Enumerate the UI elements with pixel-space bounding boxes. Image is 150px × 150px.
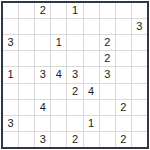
empty-cell-r7c9[interactable] [132,100,147,115]
empty-cell-r4c3[interactable] [35,51,50,66]
empty-cell-r6c9[interactable] [132,84,147,99]
empty-cell-r5c6[interactable] [84,67,99,82]
clue-cell-r2c9: 3 [132,19,147,34]
empty-cell-r3c3[interactable] [35,35,50,50]
empty-cell-r4c1[interactable] [3,51,18,66]
empty-cell-r1c9[interactable] [132,3,147,18]
empty-cell-r5c9[interactable] [132,67,147,82]
clue-cell-r5c5: 3 [67,67,82,82]
empty-cell-r5c8[interactable] [116,67,131,82]
empty-cell-r5c2[interactable] [19,67,34,82]
empty-cell-r6c2[interactable] [19,84,34,99]
puzzle-page: 213312213433244231322 [0,0,150,150]
empty-cell-r9c4[interactable] [51,132,66,147]
empty-cell-r3c2[interactable] [19,35,34,50]
empty-cell-r8c7[interactable] [100,116,115,131]
empty-cell-r2c8[interactable] [116,19,131,34]
empty-cell-r1c2[interactable] [19,3,34,18]
empty-cell-r9c2[interactable] [19,132,34,147]
empty-cell-r3c9[interactable] [132,35,147,50]
clue-cell-r3c7: 2 [100,35,115,50]
empty-cell-r8c9[interactable] [132,116,147,131]
empty-cell-r8c4[interactable] [51,116,66,131]
empty-cell-r4c8[interactable] [116,51,131,66]
empty-cell-r2c2[interactable] [19,19,34,34]
clue-cell-r3c1: 3 [3,35,18,50]
empty-cell-r7c6[interactable] [84,100,99,115]
clue-cell-r5c4: 4 [51,67,66,82]
empty-cell-r7c5[interactable] [67,100,82,115]
empty-cell-r2c6[interactable] [84,19,99,34]
clue-cell-r5c3: 3 [35,67,50,82]
empty-cell-r7c1[interactable] [3,100,18,115]
empty-cell-r4c4[interactable] [51,51,66,66]
empty-cell-r6c4[interactable] [51,84,66,99]
empty-cell-r7c2[interactable] [19,100,34,115]
empty-cell-r3c5[interactable] [67,35,82,50]
empty-cell-r8c8[interactable] [116,116,131,131]
empty-cell-r1c6[interactable] [84,3,99,18]
empty-cell-r6c8[interactable] [116,84,131,99]
empty-cell-r9c1[interactable] [3,132,18,147]
clue-cell-r9c5: 2 [67,132,82,147]
empty-cell-r9c6[interactable] [84,132,99,147]
empty-cell-r1c7[interactable] [100,3,115,18]
empty-cell-r7c4[interactable] [51,100,66,115]
clue-cell-r6c6: 4 [84,84,99,99]
empty-cell-r4c9[interactable] [132,51,147,66]
empty-cell-r9c9[interactable] [132,132,147,147]
empty-cell-r2c1[interactable] [3,19,18,34]
clue-cell-r3c4: 1 [51,35,66,50]
clue-cell-r8c1: 3 [3,116,18,131]
empty-cell-r9c7[interactable] [100,132,115,147]
empty-cell-r6c7[interactable] [100,84,115,99]
clue-cell-r8c6: 1 [84,116,99,131]
clue-cell-r1c5: 1 [67,3,82,18]
empty-cell-r4c6[interactable] [84,51,99,66]
empty-cell-r2c5[interactable] [67,19,82,34]
empty-cell-r1c8[interactable] [116,3,131,18]
clue-cell-r1c3: 2 [35,3,50,18]
empty-cell-r2c3[interactable] [35,19,50,34]
empty-cell-r1c1[interactable] [3,3,18,18]
empty-cell-r3c6[interactable] [84,35,99,50]
empty-cell-r7c7[interactable] [100,100,115,115]
clue-cell-r9c8: 2 [116,132,131,147]
clue-cell-r7c3: 4 [35,100,50,115]
empty-cell-r4c2[interactable] [19,51,34,66]
empty-cell-r8c5[interactable] [67,116,82,131]
puzzle-board: 213312213433244231322 [1,1,149,149]
empty-cell-r6c1[interactable] [3,84,18,99]
empty-cell-r1c4[interactable] [51,3,66,18]
clue-cell-r5c7: 3 [100,67,115,82]
clue-cell-r9c3: 3 [35,132,50,147]
empty-cell-r4c5[interactable] [67,51,82,66]
empty-cell-r2c4[interactable] [51,19,66,34]
empty-cell-r6c3[interactable] [35,84,50,99]
empty-cell-r8c2[interactable] [19,116,34,131]
clue-cell-r7c8: 2 [116,100,131,115]
empty-cell-r8c3[interactable] [35,116,50,131]
empty-cell-r2c7[interactable] [100,19,115,34]
clue-cell-r6c5: 2 [67,84,82,99]
clue-cell-r4c7: 2 [100,51,115,66]
empty-cell-r3c8[interactable] [116,35,131,50]
clue-cell-r5c1: 1 [3,67,18,82]
